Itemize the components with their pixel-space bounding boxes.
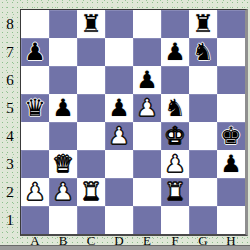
square-h3[interactable]: ♟ [217, 150, 245, 178]
square-b6[interactable] [49, 66, 77, 94]
piece-white-rook[interactable]: ♜ [80, 178, 102, 206]
chess-diagram: 8 7 6 5 4 3 2 1 ♜♜♟♟♞♟♛♟♟♟♞♟♚♚♛♟♟♟♟♜♜ A … [0, 0, 250, 250]
square-b7[interactable] [49, 38, 77, 66]
square-h2[interactable] [217, 178, 245, 206]
square-h5[interactable] [217, 94, 245, 122]
square-e1[interactable] [133, 206, 161, 234]
piece-white-pawn[interactable]: ♟ [164, 150, 186, 178]
square-g3[interactable] [189, 150, 217, 178]
square-g5[interactable] [189, 94, 217, 122]
square-c8[interactable]: ♜ [77, 10, 105, 38]
square-c3[interactable] [77, 150, 105, 178]
square-e6[interactable]: ♟ [133, 66, 161, 94]
piece-white-pawn[interactable]: ♟ [24, 178, 46, 206]
square-d6[interactable] [105, 66, 133, 94]
piece-black-pawn[interactable]: ♟ [24, 38, 46, 66]
piece-black-pawn[interactable]: ♟ [220, 150, 242, 178]
piece-black-rook[interactable]: ♜ [192, 10, 214, 38]
square-a6[interactable] [21, 66, 49, 94]
piece-white-pawn[interactable]: ♟ [108, 122, 130, 150]
square-f8[interactable] [161, 10, 189, 38]
piece-black-pawn[interactable]: ♟ [108, 94, 130, 122]
square-f4[interactable]: ♚ [161, 122, 189, 150]
square-h7[interactable] [217, 38, 245, 66]
square-c7[interactable] [77, 38, 105, 66]
square-h8[interactable] [217, 10, 245, 38]
square-e3[interactable] [133, 150, 161, 178]
square-d5[interactable]: ♟ [105, 94, 133, 122]
square-h6[interactable] [217, 66, 245, 94]
piece-white-rook[interactable]: ♜ [164, 178, 186, 206]
square-c2[interactable]: ♜ [77, 178, 105, 206]
square-a3[interactable] [21, 150, 49, 178]
square-e4[interactable] [133, 122, 161, 150]
square-e7[interactable] [133, 38, 161, 66]
square-b5[interactable]: ♟ [49, 94, 77, 122]
rank-label-2: 2 [2, 178, 18, 206]
piece-black-rook[interactable]: ♜ [80, 10, 102, 38]
rank-label-1: 1 [2, 206, 18, 234]
square-e8[interactable] [133, 10, 161, 38]
square-d2[interactable] [105, 178, 133, 206]
square-a1[interactable] [21, 206, 49, 234]
square-e2[interactable] [133, 178, 161, 206]
square-b4[interactable] [49, 122, 77, 150]
square-e5[interactable]: ♟ [133, 94, 161, 122]
bottom-divider [0, 245, 250, 250]
piece-black-knight[interactable]: ♞ [164, 94, 186, 122]
square-f5[interactable]: ♞ [161, 94, 189, 122]
piece-black-knight[interactable]: ♞ [192, 38, 214, 66]
square-h1[interactable] [217, 206, 245, 234]
square-h4[interactable]: ♚ [217, 122, 245, 150]
square-b1[interactable] [49, 206, 77, 234]
square-g4[interactable] [189, 122, 217, 150]
rank-label-5: 5 [2, 94, 18, 122]
piece-white-pawn[interactable]: ♟ [136, 94, 158, 122]
square-b8[interactable] [49, 10, 77, 38]
square-c6[interactable] [77, 66, 105, 94]
square-a5[interactable]: ♛ [21, 94, 49, 122]
piece-black-king[interactable]: ♚ [220, 122, 242, 150]
square-d3[interactable] [105, 150, 133, 178]
square-b2[interactable]: ♟ [49, 178, 77, 206]
rank-label-7: 7 [2, 38, 18, 66]
piece-black-pawn[interactable]: ♟ [136, 66, 158, 94]
square-a7[interactable]: ♟ [21, 38, 49, 66]
chess-board[interactable]: ♜♜♟♟♞♟♛♟♟♟♞♟♚♚♛♟♟♟♟♜♜ [20, 9, 248, 236]
square-d4[interactable]: ♟ [105, 122, 133, 150]
piece-black-pawn[interactable]: ♟ [52, 94, 74, 122]
square-g7[interactable]: ♞ [189, 38, 217, 66]
square-f6[interactable] [161, 66, 189, 94]
piece-white-queen[interactable]: ♛ [52, 150, 74, 178]
square-d8[interactable] [105, 10, 133, 38]
rank-label-8: 8 [2, 10, 18, 38]
piece-white-king[interactable]: ♚ [164, 122, 186, 150]
square-g2[interactable] [189, 178, 217, 206]
square-c4[interactable] [77, 122, 105, 150]
square-c1[interactable] [77, 206, 105, 234]
square-f2[interactable]: ♜ [161, 178, 189, 206]
piece-white-pawn[interactable]: ♟ [52, 178, 74, 206]
square-g6[interactable] [189, 66, 217, 94]
square-a2[interactable]: ♟ [21, 178, 49, 206]
square-a4[interactable] [21, 122, 49, 150]
square-b3[interactable]: ♛ [49, 150, 77, 178]
square-d7[interactable] [105, 38, 133, 66]
square-c5[interactable] [77, 94, 105, 122]
square-a8[interactable] [21, 10, 49, 38]
rank-label-4: 4 [2, 122, 18, 150]
square-g1[interactable] [189, 206, 217, 234]
square-f1[interactable] [161, 206, 189, 234]
piece-black-queen[interactable]: ♛ [24, 94, 46, 122]
rank-label-3: 3 [2, 150, 18, 178]
square-d1[interactable] [105, 206, 133, 234]
square-f7[interactable]: ♟ [161, 38, 189, 66]
rank-label-6: 6 [2, 66, 18, 94]
square-g8[interactable]: ♜ [189, 10, 217, 38]
piece-black-pawn[interactable]: ♟ [164, 38, 186, 66]
square-f3[interactable]: ♟ [161, 150, 189, 178]
